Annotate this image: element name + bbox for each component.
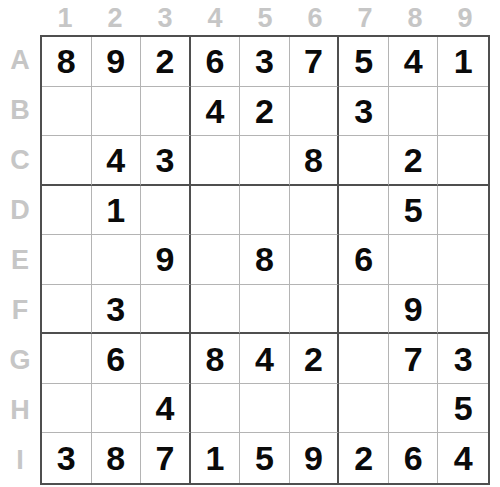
cell-F6[interactable] xyxy=(290,285,340,335)
cell-C3[interactable]: 3 xyxy=(141,136,191,186)
sudoku-page: 123456789 ABCDEFGHI 89263754142343821598… xyxy=(0,0,500,487)
cell-H8[interactable] xyxy=(389,384,439,434)
col-label-1: 1 xyxy=(40,0,90,35)
sudoku-board: 8926375414234382159863968427345387159264 xyxy=(40,35,490,485)
row-label-I: I xyxy=(0,435,40,485)
cell-F8[interactable]: 9 xyxy=(389,285,439,335)
cell-I9[interactable]: 4 xyxy=(438,433,488,483)
col-label-7: 7 xyxy=(340,0,390,35)
cell-E8[interactable] xyxy=(389,235,439,285)
column-labels: 123456789 xyxy=(40,0,490,35)
cell-D5[interactable] xyxy=(240,186,290,236)
cell-A6[interactable]: 7 xyxy=(290,37,340,87)
cell-B5[interactable]: 2 xyxy=(240,87,290,137)
cell-G3[interactable] xyxy=(141,334,191,384)
cell-I8[interactable]: 6 xyxy=(389,433,439,483)
cell-E5[interactable]: 8 xyxy=(240,235,290,285)
cell-A4[interactable]: 6 xyxy=(191,37,241,87)
cell-B9[interactable] xyxy=(438,87,488,137)
cell-F3[interactable] xyxy=(141,285,191,335)
cell-H5[interactable] xyxy=(240,384,290,434)
cell-E3[interactable]: 9 xyxy=(141,235,191,285)
cell-A8[interactable]: 4 xyxy=(389,37,439,87)
cell-D9[interactable] xyxy=(438,186,488,236)
cell-C1[interactable] xyxy=(42,136,92,186)
cell-C7[interactable] xyxy=(339,136,389,186)
cell-H6[interactable] xyxy=(290,384,340,434)
cell-A9[interactable]: 1 xyxy=(438,37,488,87)
cell-B1[interactable] xyxy=(42,87,92,137)
cell-G2[interactable]: 6 xyxy=(92,334,142,384)
row-label-G: G xyxy=(0,335,40,385)
cell-I5[interactable]: 5 xyxy=(240,433,290,483)
cell-E2[interactable] xyxy=(92,235,142,285)
cell-F2[interactable]: 3 xyxy=(92,285,142,335)
cell-G6[interactable]: 2 xyxy=(290,334,340,384)
cell-D7[interactable] xyxy=(339,186,389,236)
cell-D8[interactable]: 5 xyxy=(389,186,439,236)
col-label-2: 2 xyxy=(90,0,140,35)
cell-B6[interactable] xyxy=(290,87,340,137)
col-label-4: 4 xyxy=(190,0,240,35)
cell-D6[interactable] xyxy=(290,186,340,236)
cell-C2[interactable]: 4 xyxy=(92,136,142,186)
row-label-A: A xyxy=(0,35,40,85)
cell-I3[interactable]: 7 xyxy=(141,433,191,483)
cell-C8[interactable]: 2 xyxy=(389,136,439,186)
cell-H3[interactable]: 4 xyxy=(141,384,191,434)
cell-H4[interactable] xyxy=(191,384,241,434)
cell-F9[interactable] xyxy=(438,285,488,335)
cell-F5[interactable] xyxy=(240,285,290,335)
cell-G1[interactable] xyxy=(42,334,92,384)
cell-B8[interactable] xyxy=(389,87,439,137)
cell-B3[interactable] xyxy=(141,87,191,137)
cell-C4[interactable] xyxy=(191,136,241,186)
col-label-9: 9 xyxy=(440,0,490,35)
row-label-H: H xyxy=(0,385,40,435)
cell-G8[interactable]: 7 xyxy=(389,334,439,384)
cell-H9[interactable]: 5 xyxy=(438,384,488,434)
row-label-E: E xyxy=(0,235,40,285)
cell-G9[interactable]: 3 xyxy=(438,334,488,384)
cell-A3[interactable]: 2 xyxy=(141,37,191,87)
cell-F7[interactable] xyxy=(339,285,389,335)
cell-F4[interactable] xyxy=(191,285,241,335)
col-label-3: 3 xyxy=(140,0,190,35)
cell-A7[interactable]: 5 xyxy=(339,37,389,87)
row-labels: ABCDEFGHI xyxy=(0,35,40,485)
cell-H7[interactable] xyxy=(339,384,389,434)
cell-C5[interactable] xyxy=(240,136,290,186)
cell-E9[interactable] xyxy=(438,235,488,285)
cell-G4[interactable]: 8 xyxy=(191,334,241,384)
cell-A5[interactable]: 3 xyxy=(240,37,290,87)
cell-E1[interactable] xyxy=(42,235,92,285)
cell-I7[interactable]: 2 xyxy=(339,433,389,483)
cell-G5[interactable]: 4 xyxy=(240,334,290,384)
cell-C6[interactable]: 8 xyxy=(290,136,340,186)
col-label-5: 5 xyxy=(240,0,290,35)
cell-E6[interactable] xyxy=(290,235,340,285)
col-label-6: 6 xyxy=(290,0,340,35)
cell-G7[interactable] xyxy=(339,334,389,384)
cell-C9[interactable] xyxy=(438,136,488,186)
cell-E7[interactable]: 6 xyxy=(339,235,389,285)
col-label-8: 8 xyxy=(390,0,440,35)
cell-D1[interactable] xyxy=(42,186,92,236)
row-label-D: D xyxy=(0,185,40,235)
cell-D3[interactable] xyxy=(141,186,191,236)
row-label-F: F xyxy=(0,285,40,335)
cell-A2[interactable]: 9 xyxy=(92,37,142,87)
cell-I1[interactable]: 3 xyxy=(42,433,92,483)
cell-H1[interactable] xyxy=(42,384,92,434)
cell-B4[interactable]: 4 xyxy=(191,87,241,137)
cell-I2[interactable]: 8 xyxy=(92,433,142,483)
row-label-B: B xyxy=(0,85,40,135)
cell-B2[interactable] xyxy=(92,87,142,137)
cell-I4[interactable]: 1 xyxy=(191,433,241,483)
cell-B7[interactable]: 3 xyxy=(339,87,389,137)
cell-A1[interactable]: 8 xyxy=(42,37,92,87)
cell-F1[interactable] xyxy=(42,285,92,335)
cell-I6[interactable]: 9 xyxy=(290,433,340,483)
cell-D4[interactable] xyxy=(191,186,241,236)
cell-D2[interactable]: 1 xyxy=(92,186,142,236)
cell-H2[interactable] xyxy=(92,384,142,434)
row-label-C: C xyxy=(0,135,40,185)
cell-E4[interactable] xyxy=(191,235,241,285)
